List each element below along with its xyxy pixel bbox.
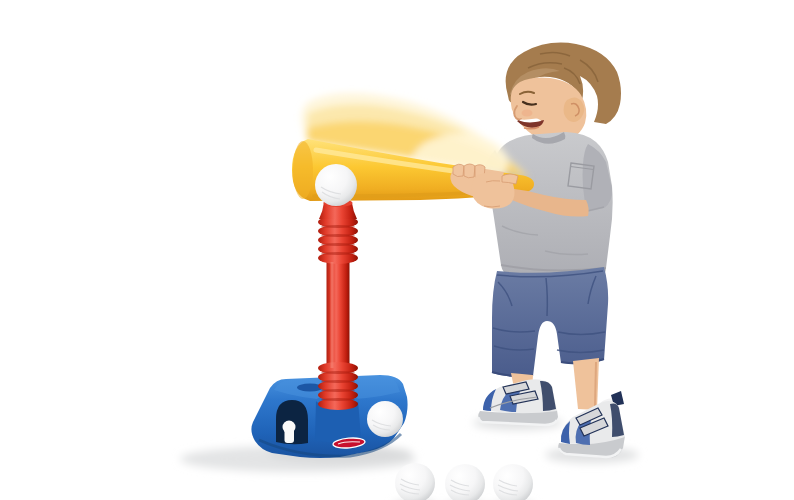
ball-on-tee: [315, 164, 357, 206]
product-photo: A smiling toddler in a heather gray t-sh…: [40, 16, 794, 500]
pole-bottom-ribs: [318, 362, 358, 410]
right-shin-shade: [595, 362, 596, 406]
ball-on-base: [367, 401, 403, 437]
cheek-blush: [522, 110, 533, 117]
bat-tip-shade: [293, 141, 313, 199]
pole-top-ribs: [318, 216, 358, 264]
white-background: [40, 16, 794, 500]
scene-canvas: [40, 16, 794, 500]
